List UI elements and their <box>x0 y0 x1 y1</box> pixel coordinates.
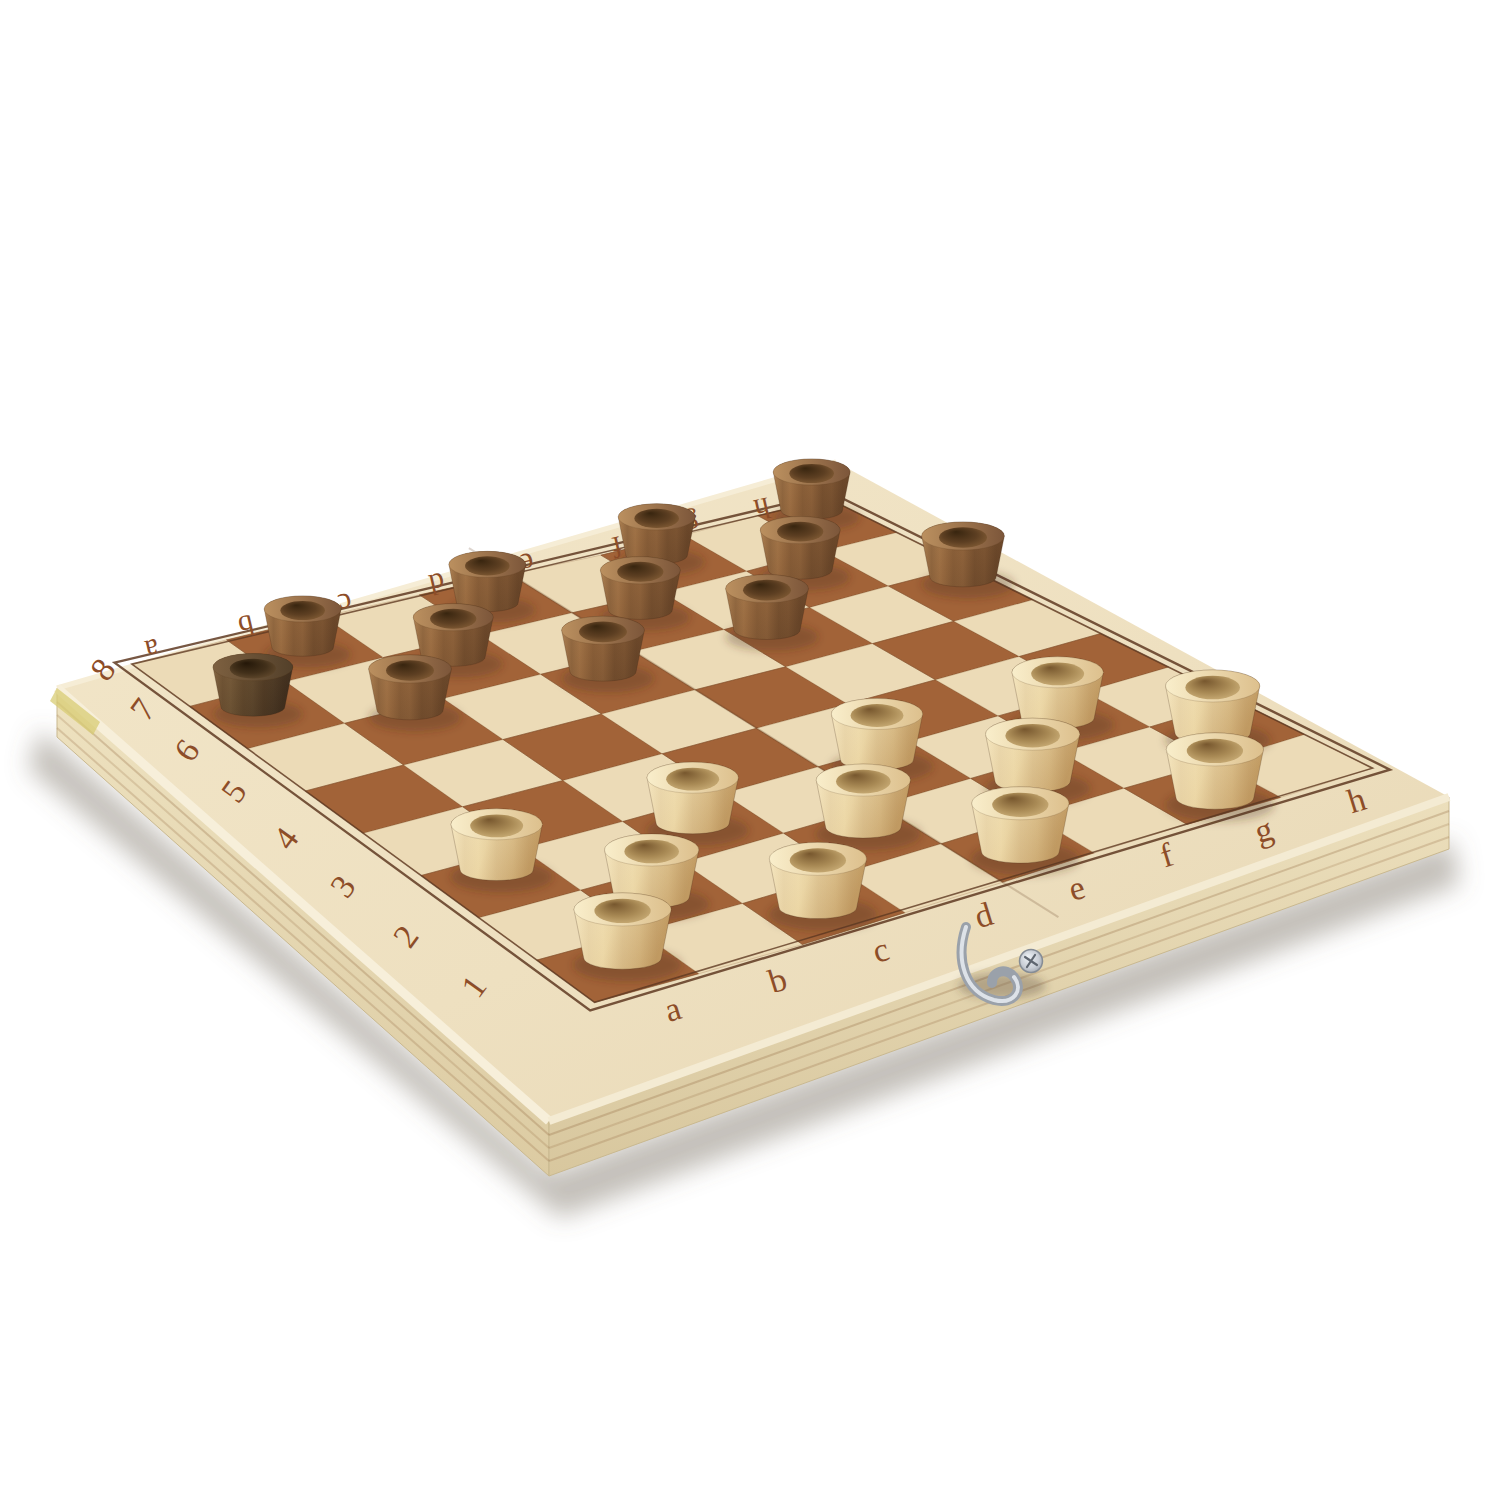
board-scene: aabbccddeeffgghh12345678 <box>0 0 1500 1500</box>
piece-crater <box>1005 724 1060 748</box>
piece-crater <box>594 899 650 923</box>
checker-light-g1[interactable] <box>1166 733 1275 822</box>
checkers-board-photo: aabbccddeeffgghh12345678 <box>0 0 1500 1500</box>
piece-crater <box>939 527 987 548</box>
piece-crater <box>836 770 891 794</box>
checker-light-e1[interactable] <box>971 787 1080 876</box>
piece-crater <box>579 622 627 643</box>
piece-crater <box>666 768 719 791</box>
checker-light-a3[interactable] <box>451 809 553 893</box>
piece-crater <box>1187 739 1243 763</box>
piece-crater <box>280 601 325 620</box>
piece-crater <box>634 509 679 528</box>
checker-light-a1[interactable] <box>573 893 682 982</box>
piece-crater <box>789 464 834 483</box>
checker-light-c3[interactable] <box>647 762 749 846</box>
piece-crater <box>430 609 476 629</box>
piece-crater <box>617 562 663 582</box>
checker-light-c1[interactable] <box>769 842 878 931</box>
piece-crater <box>790 848 846 872</box>
piece-crater <box>743 580 791 601</box>
piece-crater <box>1185 676 1240 700</box>
piece-crater <box>851 704 904 727</box>
piece-crater <box>230 659 276 679</box>
checker-light-d2[interactable] <box>816 764 922 850</box>
piece-crater <box>470 814 523 837</box>
piece-crater <box>992 793 1048 817</box>
piece-crater <box>1031 662 1084 685</box>
piece-crater <box>465 556 510 575</box>
piece-crater <box>624 840 679 864</box>
piece-crater <box>777 522 823 542</box>
piece-crater <box>386 660 434 681</box>
